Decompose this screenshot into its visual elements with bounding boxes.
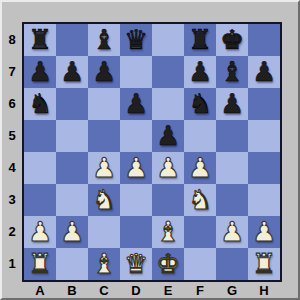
square-d6[interactable]: ♟ <box>120 88 152 120</box>
square-g4[interactable] <box>216 152 248 184</box>
square-b1[interactable] <box>56 248 88 280</box>
square-g5[interactable] <box>216 120 248 152</box>
piece-white-rook[interactable]: ♜ <box>252 248 276 280</box>
square-b7[interactable]: ♟ <box>56 56 88 88</box>
square-f6[interactable]: ♞ <box>184 88 216 120</box>
piece-black-knight[interactable]: ♞ <box>188 88 212 120</box>
piece-black-rook[interactable]: ♜ <box>28 24 52 56</box>
file-label-e: E <box>152 282 184 300</box>
square-d8[interactable]: ♛ <box>120 24 152 56</box>
square-h3[interactable] <box>248 184 280 216</box>
square-e8[interactable] <box>152 24 184 56</box>
piece-black-pawn[interactable]: ♟ <box>252 56 276 88</box>
file-label-g: G <box>216 282 248 300</box>
square-c8[interactable]: ♝ <box>88 24 120 56</box>
rank-label-3: 3 <box>2 184 22 216</box>
file-label-b: B <box>56 282 88 300</box>
rank-label-2: 2 <box>2 216 22 248</box>
piece-white-knight[interactable]: ♞ <box>188 184 212 216</box>
rank-label-7: 7 <box>2 56 22 88</box>
square-a5[interactable] <box>24 120 56 152</box>
piece-white-pawn[interactable]: ♟ <box>124 152 148 184</box>
square-g1[interactable] <box>216 248 248 280</box>
square-b2[interactable]: ♟ <box>56 216 88 248</box>
piece-black-pawn[interactable]: ♟ <box>156 120 180 152</box>
square-b5[interactable] <box>56 120 88 152</box>
square-e2[interactable]: ♝ <box>152 216 184 248</box>
square-g8[interactable]: ♚ <box>216 24 248 56</box>
square-a1[interactable]: ♜ <box>24 248 56 280</box>
rank-label-1: 1 <box>2 248 22 280</box>
piece-white-bishop[interactable]: ♝ <box>92 248 116 280</box>
file-label-a: A <box>24 282 56 300</box>
square-f2[interactable] <box>184 216 216 248</box>
square-h6[interactable] <box>248 88 280 120</box>
square-g7[interactable]: ♝ <box>216 56 248 88</box>
piece-white-pawn[interactable]: ♟ <box>28 216 52 248</box>
square-a8[interactable]: ♜ <box>24 24 56 56</box>
chessboard-frame: ♜♝♛♜♚♟♟♟♟♝♟♞♟♞♟♟♟♟♟♟♞♞♟♟♝♟♟♜♝♛♚♜ 8765432… <box>0 0 300 300</box>
square-d5[interactable] <box>120 120 152 152</box>
square-c5[interactable] <box>88 120 120 152</box>
square-b6[interactable] <box>56 88 88 120</box>
piece-white-pawn[interactable]: ♟ <box>220 216 244 248</box>
square-d3[interactable] <box>120 184 152 216</box>
square-d7[interactable] <box>120 56 152 88</box>
square-a7[interactable]: ♟ <box>24 56 56 88</box>
rank-label-5: 5 <box>2 120 22 152</box>
piece-black-queen[interactable]: ♛ <box>124 24 148 56</box>
square-b8[interactable] <box>56 24 88 56</box>
piece-white-queen[interactable]: ♛ <box>124 248 148 280</box>
square-a3[interactable] <box>24 184 56 216</box>
file-label-f: F <box>184 282 216 300</box>
square-c2[interactable] <box>88 216 120 248</box>
square-a4[interactable] <box>24 152 56 184</box>
square-b4[interactable] <box>56 152 88 184</box>
square-f8[interactable]: ♜ <box>184 24 216 56</box>
piece-white-pawn[interactable]: ♟ <box>60 216 84 248</box>
square-f1[interactable] <box>184 248 216 280</box>
piece-black-knight[interactable]: ♞ <box>28 88 52 120</box>
square-g2[interactable]: ♟ <box>216 216 248 248</box>
square-c6[interactable] <box>88 88 120 120</box>
piece-black-bishop[interactable]: ♝ <box>220 56 244 88</box>
square-d4[interactable]: ♟ <box>120 152 152 184</box>
square-h7[interactable]: ♟ <box>248 56 280 88</box>
square-c4[interactable]: ♟ <box>88 152 120 184</box>
square-e4[interactable]: ♟ <box>152 152 184 184</box>
square-a6[interactable]: ♞ <box>24 88 56 120</box>
square-d1[interactable]: ♛ <box>120 248 152 280</box>
rank-label-6: 6 <box>2 88 22 120</box>
piece-black-pawn[interactable]: ♟ <box>188 56 212 88</box>
square-c3[interactable]: ♞ <box>88 184 120 216</box>
square-f5[interactable] <box>184 120 216 152</box>
square-h2[interactable]: ♟ <box>248 216 280 248</box>
piece-white-pawn[interactable]: ♟ <box>188 152 212 184</box>
piece-black-pawn[interactable]: ♟ <box>124 88 148 120</box>
square-g6[interactable]: ♟ <box>216 88 248 120</box>
rank-label-4: 4 <box>2 152 22 184</box>
file-label-c: C <box>88 282 120 300</box>
square-h8[interactable] <box>248 24 280 56</box>
piece-white-pawn[interactable]: ♟ <box>252 216 276 248</box>
square-f4[interactable]: ♟ <box>184 152 216 184</box>
square-e5[interactable]: ♟ <box>152 120 184 152</box>
piece-black-pawn[interactable]: ♟ <box>60 56 84 88</box>
file-label-d: D <box>120 282 152 300</box>
piece-black-pawn[interactable]: ♟ <box>92 56 116 88</box>
piece-black-bishop[interactable]: ♝ <box>92 24 116 56</box>
square-e7[interactable] <box>152 56 184 88</box>
square-h1[interactable]: ♜ <box>248 248 280 280</box>
file-label-h: H <box>248 282 280 300</box>
square-e6[interactable] <box>152 88 184 120</box>
piece-white-pawn[interactable]: ♟ <box>156 152 180 184</box>
square-f3[interactable]: ♞ <box>184 184 216 216</box>
piece-white-bishop[interactable]: ♝ <box>156 216 180 248</box>
square-c7[interactable]: ♟ <box>88 56 120 88</box>
chess-board: ♜♝♛♜♚♟♟♟♟♝♟♞♟♞♟♟♟♟♟♟♞♞♟♟♝♟♟♜♝♛♚♜ <box>22 22 282 282</box>
square-b3[interactable] <box>56 184 88 216</box>
piece-black-rook[interactable]: ♜ <box>188 24 212 56</box>
square-d2[interactable] <box>120 216 152 248</box>
square-h4[interactable] <box>248 152 280 184</box>
square-g3[interactable] <box>216 184 248 216</box>
rank-label-8: 8 <box>2 24 22 56</box>
piece-white-king[interactable]: ♚ <box>156 248 180 280</box>
piece-white-pawn[interactable]: ♟ <box>92 152 116 184</box>
square-f7[interactable]: ♟ <box>184 56 216 88</box>
piece-white-knight[interactable]: ♞ <box>92 184 116 216</box>
square-e3[interactable] <box>152 184 184 216</box>
square-h5[interactable] <box>248 120 280 152</box>
piece-black-pawn[interactable]: ♟ <box>220 88 244 120</box>
piece-black-pawn[interactable]: ♟ <box>28 56 52 88</box>
square-c1[interactable]: ♝ <box>88 248 120 280</box>
square-a2[interactable]: ♟ <box>24 216 56 248</box>
piece-black-king[interactable]: ♚ <box>220 24 244 56</box>
square-e1[interactable]: ♚ <box>152 248 184 280</box>
piece-white-rook[interactable]: ♜ <box>28 248 52 280</box>
